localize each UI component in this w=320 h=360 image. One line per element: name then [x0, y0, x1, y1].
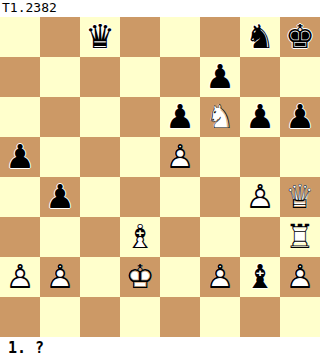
chess-puzzle-app: T1.2382 ♛♞♚♟♟♞♘♟♟♟♟♙♟♟♙♛♕♝♗♜♖♟♙♟♙♚♔♟♙♝♟♙…	[0, 0, 320, 360]
square-h2[interactable]: ♟♙	[280, 257, 320, 297]
square-g7[interactable]	[240, 57, 280, 97]
black-knight: ♞	[240, 17, 280, 57]
square-g4[interactable]: ♟♙	[240, 177, 280, 217]
white-pawn: ♟♙	[200, 257, 240, 297]
square-d7[interactable]	[120, 57, 160, 97]
square-g5[interactable]	[240, 137, 280, 177]
square-d8[interactable]	[120, 17, 160, 57]
square-c4[interactable]	[80, 177, 120, 217]
square-b1[interactable]	[40, 297, 80, 337]
square-g6[interactable]: ♟	[240, 97, 280, 137]
white-rook: ♜♖	[280, 217, 320, 257]
square-b6[interactable]	[40, 97, 80, 137]
square-h7[interactable]	[280, 57, 320, 97]
square-a2[interactable]: ♟♙	[0, 257, 40, 297]
square-a4[interactable]	[0, 177, 40, 217]
square-h4[interactable]: ♛♕	[280, 177, 320, 217]
black-pawn: ♟	[240, 97, 280, 137]
white-bishop: ♝♗	[120, 217, 160, 257]
square-b4[interactable]: ♟	[40, 177, 80, 217]
white-king: ♚♔	[120, 257, 160, 297]
white-queen: ♛♕	[280, 177, 320, 217]
square-h6[interactable]: ♟	[280, 97, 320, 137]
white-pawn: ♟♙	[160, 137, 200, 177]
black-pawn: ♟	[200, 57, 240, 97]
square-c1[interactable]	[80, 297, 120, 337]
square-e3[interactable]	[160, 217, 200, 257]
square-f8[interactable]	[200, 17, 240, 57]
square-c5[interactable]	[80, 137, 120, 177]
black-pawn: ♟	[280, 97, 320, 137]
black-king: ♚	[280, 17, 320, 57]
black-queen: ♛	[80, 17, 120, 57]
square-e2[interactable]	[160, 257, 200, 297]
square-a8[interactable]	[0, 17, 40, 57]
square-b3[interactable]	[40, 217, 80, 257]
black-pawn: ♟	[160, 97, 200, 137]
square-c3[interactable]	[80, 217, 120, 257]
square-d1[interactable]	[120, 297, 160, 337]
square-f1[interactable]	[200, 297, 240, 337]
square-d5[interactable]	[120, 137, 160, 177]
white-pawn: ♟♙	[240, 177, 280, 217]
square-e5[interactable]: ♟♙	[160, 137, 200, 177]
move-prompt: 1. ?	[0, 337, 320, 360]
square-h5[interactable]	[280, 137, 320, 177]
square-a6[interactable]	[0, 97, 40, 137]
square-f7[interactable]: ♟	[200, 57, 240, 97]
square-f6[interactable]: ♞♘	[200, 97, 240, 137]
black-pawn: ♟	[0, 137, 40, 177]
square-b8[interactable]	[40, 17, 80, 57]
square-g8[interactable]: ♞	[240, 17, 280, 57]
white-pawn: ♟♙	[0, 257, 40, 297]
square-g2[interactable]: ♝	[240, 257, 280, 297]
square-d2[interactable]: ♚♔	[120, 257, 160, 297]
square-a1[interactable]	[0, 297, 40, 337]
square-f2[interactable]: ♟♙	[200, 257, 240, 297]
square-f5[interactable]	[200, 137, 240, 177]
square-d3[interactable]: ♝♗	[120, 217, 160, 257]
puzzle-id: T1.2382	[0, 0, 320, 17]
square-b5[interactable]	[40, 137, 80, 177]
square-c7[interactable]	[80, 57, 120, 97]
square-h8[interactable]: ♚	[280, 17, 320, 57]
square-e8[interactable]	[160, 17, 200, 57]
square-d4[interactable]	[120, 177, 160, 217]
square-a5[interactable]: ♟	[0, 137, 40, 177]
square-g1[interactable]	[240, 297, 280, 337]
square-e7[interactable]	[160, 57, 200, 97]
white-pawn: ♟♙	[40, 257, 80, 297]
square-e6[interactable]: ♟	[160, 97, 200, 137]
square-e4[interactable]	[160, 177, 200, 217]
square-a3[interactable]	[0, 217, 40, 257]
square-b2[interactable]: ♟♙	[40, 257, 80, 297]
square-c8[interactable]: ♛	[80, 17, 120, 57]
square-f3[interactable]	[200, 217, 240, 257]
black-bishop: ♝	[240, 257, 280, 297]
square-f4[interactable]	[200, 177, 240, 217]
square-h3[interactable]: ♜♖	[280, 217, 320, 257]
square-g3[interactable]	[240, 217, 280, 257]
square-h1[interactable]	[280, 297, 320, 337]
square-d6[interactable]	[120, 97, 160, 137]
square-c2[interactable]	[80, 257, 120, 297]
chess-board: ♛♞♚♟♟♞♘♟♟♟♟♙♟♟♙♛♕♝♗♜♖♟♙♟♙♚♔♟♙♝♟♙	[0, 17, 320, 337]
white-pawn: ♟♙	[280, 257, 320, 297]
black-pawn: ♟	[40, 177, 80, 217]
square-b7[interactable]	[40, 57, 80, 97]
square-a7[interactable]	[0, 57, 40, 97]
white-knight: ♞♘	[200, 97, 240, 137]
square-c6[interactable]	[80, 97, 120, 137]
square-e1[interactable]	[160, 297, 200, 337]
